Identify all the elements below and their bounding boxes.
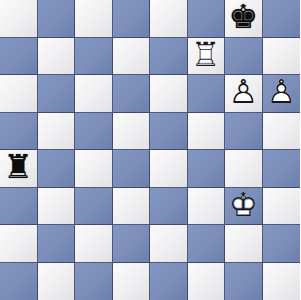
black-rook-body: ♜ (0, 150, 37, 183)
square-h7[interactable] (263, 38, 301, 76)
square-g3[interactable]: ♚♔ (225, 188, 263, 226)
square-d5[interactable] (113, 113, 151, 151)
square-a6[interactable] (0, 75, 38, 113)
square-f1[interactable] (188, 263, 226, 300)
square-d3[interactable] (113, 188, 151, 226)
square-h5[interactable] (263, 113, 301, 151)
square-c4[interactable] (75, 150, 113, 188)
square-c7[interactable] (75, 38, 113, 76)
square-h4[interactable] (263, 150, 301, 188)
square-e7[interactable] (150, 38, 188, 76)
square-e2[interactable] (150, 225, 188, 263)
square-d7[interactable] (113, 38, 151, 76)
square-g8[interactable]: ♚ (225, 0, 263, 38)
square-g6[interactable]: ♟♙ (225, 75, 263, 113)
white-pawn: ♟♙ (263, 75, 301, 112)
square-b7[interactable] (38, 38, 76, 76)
chess-board: ♚♜♖♟♙♟♙♜♚♔ (0, 0, 300, 300)
square-f7[interactable]: ♜♖ (188, 38, 226, 76)
square-e1[interactable] (150, 263, 188, 300)
square-a8[interactable] (0, 0, 38, 38)
square-b1[interactable] (38, 263, 76, 300)
square-f2[interactable] (188, 225, 226, 263)
square-b5[interactable] (38, 113, 76, 151)
square-b4[interactable] (38, 150, 76, 188)
black-king-body: ♚ (225, 0, 262, 33)
square-a5[interactable] (0, 113, 38, 151)
square-f3[interactable] (188, 188, 226, 226)
square-d1[interactable] (113, 263, 151, 300)
white-rook: ♜♖ (188, 38, 225, 75)
white-pawn: ♟♙ (225, 75, 262, 112)
square-d2[interactable] (113, 225, 151, 263)
square-h6[interactable]: ♟♙ (263, 75, 301, 113)
square-e5[interactable] (150, 113, 188, 151)
square-c1[interactable] (75, 263, 113, 300)
square-h8[interactable] (263, 0, 301, 38)
square-b3[interactable] (38, 188, 76, 226)
white-pawn-outline: ♙ (225, 75, 262, 108)
square-f5[interactable] (188, 113, 226, 151)
square-a4[interactable]: ♜ (0, 150, 38, 188)
white-king-outline: ♔ (225, 188, 262, 221)
white-rook-outline: ♖ (188, 38, 225, 71)
square-f8[interactable] (188, 0, 226, 38)
square-c2[interactable] (75, 225, 113, 263)
square-a1[interactable] (0, 263, 38, 300)
square-a7[interactable] (0, 38, 38, 76)
black-king: ♚ (225, 0, 262, 37)
white-rook-body: ♜ (188, 38, 225, 71)
square-h3[interactable] (263, 188, 301, 226)
square-d8[interactable] (113, 0, 151, 38)
square-e6[interactable] (150, 75, 188, 113)
square-e4[interactable] (150, 150, 188, 188)
square-b8[interactable] (38, 0, 76, 38)
square-f4[interactable] (188, 150, 226, 188)
square-a2[interactable] (0, 225, 38, 263)
square-c5[interactable] (75, 113, 113, 151)
square-c3[interactable] (75, 188, 113, 226)
square-g2[interactable] (225, 225, 263, 263)
square-c8[interactable] (75, 0, 113, 38)
square-c6[interactable] (75, 75, 113, 113)
white-pawn-body: ♟ (263, 75, 301, 108)
square-b2[interactable] (38, 225, 76, 263)
square-g7[interactable] (225, 38, 263, 76)
square-a3[interactable] (0, 188, 38, 226)
black-rook: ♜ (0, 150, 37, 187)
square-g1[interactable] (225, 263, 263, 300)
white-king-body: ♚ (225, 188, 262, 221)
square-f6[interactable] (188, 75, 226, 113)
square-g4[interactable] (225, 150, 263, 188)
white-pawn-outline: ♙ (263, 75, 301, 108)
square-e3[interactable] (150, 188, 188, 226)
square-h2[interactable] (263, 225, 301, 263)
white-king: ♚♔ (225, 188, 262, 225)
square-g5[interactable] (225, 113, 263, 151)
square-h1[interactable] (263, 263, 301, 300)
square-b6[interactable] (38, 75, 76, 113)
square-d4[interactable] (113, 150, 151, 188)
white-pawn-body: ♟ (225, 75, 262, 108)
square-d6[interactable] (113, 75, 151, 113)
square-e8[interactable] (150, 0, 188, 38)
